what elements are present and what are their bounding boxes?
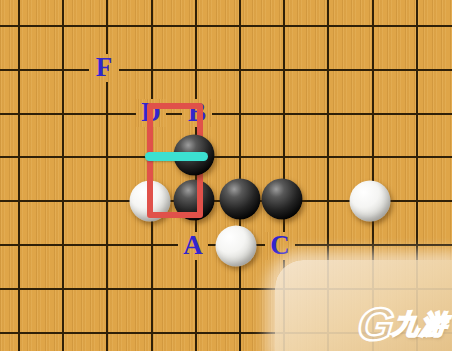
point-label-C: C: [270, 232, 290, 259]
grid-line-vertical: [62, 0, 64, 351]
black-stone: [220, 179, 261, 220]
jiuyou-watermark-logo: G 九游: [353, 298, 452, 348]
grid-line-vertical: [239, 0, 241, 351]
cyan-highlight-line: [145, 152, 208, 161]
grid-line-horizontal: [0, 25, 452, 27]
point-label-A: A: [183, 232, 203, 259]
white-stone: [216, 226, 257, 267]
grid-line-horizontal: [0, 156, 452, 158]
white-stone: [350, 181, 391, 222]
grid-line-horizontal: [0, 113, 452, 115]
black-stone: [262, 179, 303, 220]
svg-text:G: G: [355, 298, 396, 348]
grid-line-vertical: [18, 0, 20, 351]
grid-line-horizontal: [0, 69, 452, 71]
go-diagram-screenshot: G 九游 FDBAC: [0, 0, 452, 351]
point-label-F: F: [96, 54, 113, 81]
jiuyou-watermark-text: 九游: [392, 311, 451, 337]
